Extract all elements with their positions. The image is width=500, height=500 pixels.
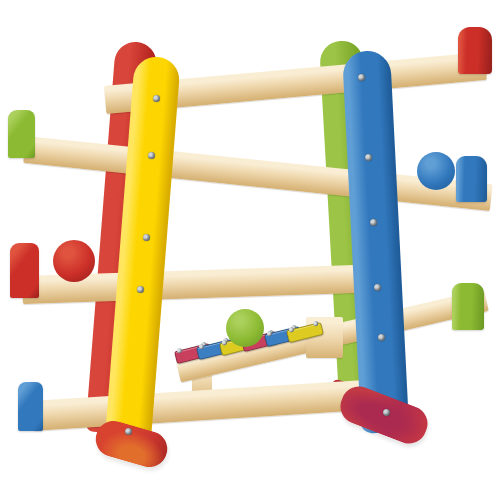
screw-11 (383, 409, 390, 416)
screw-9 (374, 284, 381, 291)
screw-5 (125, 428, 132, 435)
screw-8 (370, 219, 377, 226)
screw-6 (358, 74, 365, 81)
screw-4 (137, 286, 144, 293)
screw-3 (143, 234, 150, 241)
screw-1 (153, 95, 160, 102)
screw-7 (365, 154, 372, 161)
layer-screws (0, 0, 500, 500)
ball-track-toy-photo (0, 0, 500, 500)
screw-10 (378, 334, 385, 341)
screw-2 (148, 152, 155, 159)
